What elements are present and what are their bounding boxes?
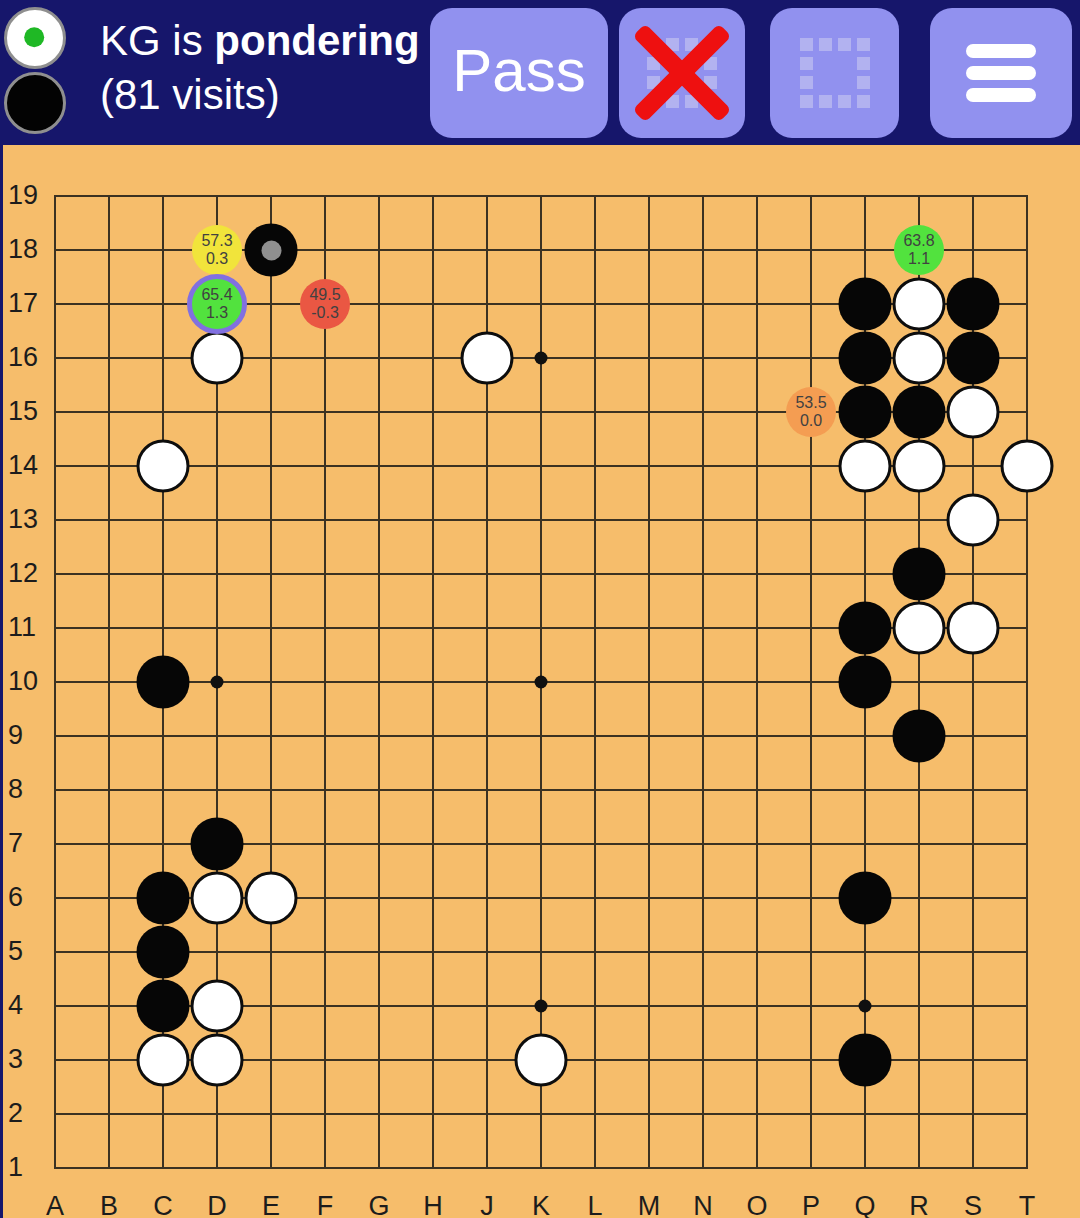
intersection-N6[interactable] [676, 871, 730, 925]
intersection-L5[interactable] [568, 925, 622, 979]
intersection-S5[interactable] [946, 925, 1000, 979]
intersection-G19[interactable] [352, 169, 406, 223]
intersection-K7[interactable] [514, 817, 568, 871]
intersection-E16[interactable] [244, 331, 298, 385]
intersection-C18[interactable] [136, 223, 190, 277]
intersection-P15[interactable]: 53.50.0 [784, 385, 838, 439]
intersection-E6[interactable] [244, 871, 298, 925]
intersection-J3[interactable] [460, 1033, 514, 1087]
intersection-J10[interactable] [460, 655, 514, 709]
intersection-Q10[interactable] [838, 655, 892, 709]
intersection-T2[interactable] [1000, 1087, 1054, 1141]
intersection-K12[interactable] [514, 547, 568, 601]
intersection-S17[interactable] [946, 277, 1000, 331]
intersection-F19[interactable] [298, 169, 352, 223]
intersection-G5[interactable] [352, 925, 406, 979]
intersection-B5[interactable] [82, 925, 136, 979]
intersection-L14[interactable] [568, 439, 622, 493]
intersection-C13[interactable] [136, 493, 190, 547]
intersection-Q9[interactable] [838, 709, 892, 763]
intersection-K13[interactable] [514, 493, 568, 547]
black-player-indicator[interactable] [4, 72, 66, 134]
intersection-C12[interactable] [136, 547, 190, 601]
intersection-P13[interactable] [784, 493, 838, 547]
intersection-O7[interactable] [730, 817, 784, 871]
intersection-C14[interactable] [136, 439, 190, 493]
intersection-B2[interactable] [82, 1087, 136, 1141]
intersection-F10[interactable] [298, 655, 352, 709]
intersection-P9[interactable] [784, 709, 838, 763]
intersection-J13[interactable] [460, 493, 514, 547]
intersection-D4[interactable] [190, 979, 244, 1033]
intersection-K2[interactable] [514, 1087, 568, 1141]
intersection-C7[interactable] [136, 817, 190, 871]
intersection-P8[interactable] [784, 763, 838, 817]
intersection-E8[interactable] [244, 763, 298, 817]
intersection-D17[interactable]: 65.41.3 [190, 277, 244, 331]
intersection-S18[interactable] [946, 223, 1000, 277]
intersection-G16[interactable] [352, 331, 406, 385]
intersection-N19[interactable] [676, 169, 730, 223]
intersection-N17[interactable] [676, 277, 730, 331]
intersection-H14[interactable] [406, 439, 460, 493]
intersection-T11[interactable] [1000, 601, 1054, 655]
intersection-D2[interactable] [190, 1087, 244, 1141]
intersection-K9[interactable] [514, 709, 568, 763]
intersection-J7[interactable] [460, 817, 514, 871]
intersection-R16[interactable] [892, 331, 946, 385]
intersection-S1[interactable] [946, 1141, 1000, 1195]
clear-analysis-button[interactable] [619, 8, 745, 138]
intersection-O17[interactable] [730, 277, 784, 331]
intersection-L2[interactable] [568, 1087, 622, 1141]
intersection-M3[interactable] [622, 1033, 676, 1087]
intersection-G8[interactable] [352, 763, 406, 817]
intersection-D3[interactable] [190, 1033, 244, 1087]
intersection-L6[interactable] [568, 871, 622, 925]
intersection-L7[interactable] [568, 817, 622, 871]
intersection-O11[interactable] [730, 601, 784, 655]
intersection-B3[interactable] [82, 1033, 136, 1087]
intersection-G9[interactable] [352, 709, 406, 763]
intersection-T13[interactable] [1000, 493, 1054, 547]
intersection-B12[interactable] [82, 547, 136, 601]
intersection-R12[interactable] [892, 547, 946, 601]
intersection-O18[interactable] [730, 223, 784, 277]
intersection-B1[interactable] [82, 1141, 136, 1195]
intersection-T8[interactable] [1000, 763, 1054, 817]
intersection-H16[interactable] [406, 331, 460, 385]
intersection-C4[interactable] [136, 979, 190, 1033]
intersection-R18[interactable]: 63.81.1 [892, 223, 946, 277]
intersection-G17[interactable] [352, 277, 406, 331]
intersection-D9[interactable] [190, 709, 244, 763]
intersection-M7[interactable] [622, 817, 676, 871]
intersection-N7[interactable] [676, 817, 730, 871]
intersection-B17[interactable] [82, 277, 136, 331]
intersection-F12[interactable] [298, 547, 352, 601]
intersection-J14[interactable] [460, 439, 514, 493]
intersection-Q1[interactable] [838, 1141, 892, 1195]
intersection-P12[interactable] [784, 547, 838, 601]
intersection-Q4[interactable] [838, 979, 892, 1033]
intersection-S14[interactable] [946, 439, 1000, 493]
intersection-C11[interactable] [136, 601, 190, 655]
intersection-M19[interactable] [622, 169, 676, 223]
intersection-R8[interactable] [892, 763, 946, 817]
intersection-H1[interactable] [406, 1141, 460, 1195]
intersection-J5[interactable] [460, 925, 514, 979]
intersection-N4[interactable] [676, 979, 730, 1033]
intersection-T4[interactable] [1000, 979, 1054, 1033]
intersection-R1[interactable] [892, 1141, 946, 1195]
intersection-F11[interactable] [298, 601, 352, 655]
intersection-N9[interactable] [676, 709, 730, 763]
intersection-G11[interactable] [352, 601, 406, 655]
intersection-P3[interactable] [784, 1033, 838, 1087]
intersection-H18[interactable] [406, 223, 460, 277]
intersection-D13[interactable] [190, 493, 244, 547]
intersection-T10[interactable] [1000, 655, 1054, 709]
intersection-K6[interactable] [514, 871, 568, 925]
intersection-E15[interactable] [244, 385, 298, 439]
intersection-O10[interactable] [730, 655, 784, 709]
intersection-D10[interactable] [190, 655, 244, 709]
intersection-R15[interactable] [892, 385, 946, 439]
intersection-O16[interactable] [730, 331, 784, 385]
intersection-Q18[interactable] [838, 223, 892, 277]
intersection-T16[interactable] [1000, 331, 1054, 385]
intersection-H10[interactable] [406, 655, 460, 709]
intersection-N3[interactable] [676, 1033, 730, 1087]
intersection-H6[interactable] [406, 871, 460, 925]
intersection-D14[interactable] [190, 439, 244, 493]
intersection-G6[interactable] [352, 871, 406, 925]
intersection-N16[interactable] [676, 331, 730, 385]
intersection-R5[interactable] [892, 925, 946, 979]
intersection-F15[interactable] [298, 385, 352, 439]
intersection-F3[interactable] [298, 1033, 352, 1087]
intersection-J17[interactable] [460, 277, 514, 331]
intersection-E11[interactable] [244, 601, 298, 655]
intersection-J16[interactable] [460, 331, 514, 385]
intersection-P17[interactable] [784, 277, 838, 331]
intersection-Q19[interactable] [838, 169, 892, 223]
intersection-R11[interactable] [892, 601, 946, 655]
intersection-R3[interactable] [892, 1033, 946, 1087]
intersection-N1[interactable] [676, 1141, 730, 1195]
intersection-J11[interactable] [460, 601, 514, 655]
intersection-G4[interactable] [352, 979, 406, 1033]
intersection-S7[interactable] [946, 817, 1000, 871]
intersection-O6[interactable] [730, 871, 784, 925]
intersection-F13[interactable] [298, 493, 352, 547]
intersection-D5[interactable] [190, 925, 244, 979]
intersection-T19[interactable] [1000, 169, 1054, 223]
intersection-J8[interactable] [460, 763, 514, 817]
intersection-O1[interactable] [730, 1141, 784, 1195]
intersection-E3[interactable] [244, 1033, 298, 1087]
intersection-F8[interactable] [298, 763, 352, 817]
intersection-P18[interactable] [784, 223, 838, 277]
intersection-B19[interactable] [82, 169, 136, 223]
intersection-Q15[interactable] [838, 385, 892, 439]
intersection-K5[interactable] [514, 925, 568, 979]
intersection-T5[interactable] [1000, 925, 1054, 979]
intersection-S8[interactable] [946, 763, 1000, 817]
intersection-P5[interactable] [784, 925, 838, 979]
intersection-D11[interactable] [190, 601, 244, 655]
intersection-R10[interactable] [892, 655, 946, 709]
intersection-L18[interactable] [568, 223, 622, 277]
intersection-H11[interactable] [406, 601, 460, 655]
intersection-N15[interactable] [676, 385, 730, 439]
intersection-S13[interactable] [946, 493, 1000, 547]
intersection-Q3[interactable] [838, 1033, 892, 1087]
intersection-G2[interactable] [352, 1087, 406, 1141]
intersection-S16[interactable] [946, 331, 1000, 385]
intersection-C9[interactable] [136, 709, 190, 763]
intersection-J12[interactable] [460, 547, 514, 601]
intersection-P4[interactable] [784, 979, 838, 1033]
intersection-C10[interactable] [136, 655, 190, 709]
intersection-M1[interactable] [622, 1141, 676, 1195]
intersection-Q7[interactable] [838, 817, 892, 871]
intersection-K14[interactable] [514, 439, 568, 493]
intersection-M8[interactable] [622, 763, 676, 817]
intersection-E13[interactable] [244, 493, 298, 547]
intersection-C19[interactable] [136, 169, 190, 223]
intersection-K17[interactable] [514, 277, 568, 331]
intersection-D19[interactable] [190, 169, 244, 223]
intersection-Q8[interactable] [838, 763, 892, 817]
intersection-B14[interactable] [82, 439, 136, 493]
intersection-F1[interactable] [298, 1141, 352, 1195]
intersection-B15[interactable] [82, 385, 136, 439]
intersection-Q13[interactable] [838, 493, 892, 547]
intersection-Q14[interactable] [838, 439, 892, 493]
intersection-H15[interactable] [406, 385, 460, 439]
intersection-F14[interactable] [298, 439, 352, 493]
intersection-D1[interactable] [190, 1141, 244, 1195]
intersection-O15[interactable] [730, 385, 784, 439]
intersection-R4[interactable] [892, 979, 946, 1033]
intersection-H7[interactable] [406, 817, 460, 871]
intersection-E17[interactable] [244, 277, 298, 331]
intersection-Q6[interactable] [838, 871, 892, 925]
intersection-E1[interactable] [244, 1141, 298, 1195]
intersection-D7[interactable] [190, 817, 244, 871]
intersection-Q12[interactable] [838, 547, 892, 601]
intersection-B8[interactable] [82, 763, 136, 817]
intersection-B10[interactable] [82, 655, 136, 709]
intersection-T14[interactable] [1000, 439, 1054, 493]
intersection-T18[interactable] [1000, 223, 1054, 277]
intersection-G10[interactable] [352, 655, 406, 709]
intersection-S10[interactable] [946, 655, 1000, 709]
intersection-C15[interactable] [136, 385, 190, 439]
intersection-L12[interactable] [568, 547, 622, 601]
intersection-N12[interactable] [676, 547, 730, 601]
intersection-B4[interactable] [82, 979, 136, 1033]
intersection-L3[interactable] [568, 1033, 622, 1087]
intersection-M14[interactable] [622, 439, 676, 493]
intersection-P19[interactable] [784, 169, 838, 223]
intersection-J6[interactable] [460, 871, 514, 925]
intersection-F18[interactable] [298, 223, 352, 277]
intersection-R14[interactable] [892, 439, 946, 493]
intersection-F6[interactable] [298, 871, 352, 925]
intersection-M4[interactable] [622, 979, 676, 1033]
intersection-T7[interactable] [1000, 817, 1054, 871]
intersection-P6[interactable] [784, 871, 838, 925]
intersection-M6[interactable] [622, 871, 676, 925]
intersection-G13[interactable] [352, 493, 406, 547]
intersection-L17[interactable] [568, 277, 622, 331]
intersection-O13[interactable] [730, 493, 784, 547]
intersection-L8[interactable] [568, 763, 622, 817]
intersection-G14[interactable] [352, 439, 406, 493]
intersection-B16[interactable] [82, 331, 136, 385]
intersection-E4[interactable] [244, 979, 298, 1033]
intersection-N11[interactable] [676, 601, 730, 655]
intersection-O14[interactable] [730, 439, 784, 493]
intersection-T15[interactable] [1000, 385, 1054, 439]
intersection-J19[interactable] [460, 169, 514, 223]
intersection-M17[interactable] [622, 277, 676, 331]
intersection-C3[interactable] [136, 1033, 190, 1087]
intersection-K15[interactable] [514, 385, 568, 439]
intersection-L10[interactable] [568, 655, 622, 709]
intersection-F2[interactable] [298, 1087, 352, 1141]
intersection-E2[interactable] [244, 1087, 298, 1141]
menu-button[interactable] [930, 8, 1072, 138]
intersection-S9[interactable] [946, 709, 1000, 763]
intersection-O9[interactable] [730, 709, 784, 763]
intersection-C1[interactable] [136, 1141, 190, 1195]
intersection-F17[interactable]: 49.5-0.3 [298, 277, 352, 331]
intersection-S6[interactable] [946, 871, 1000, 925]
intersection-M11[interactable] [622, 601, 676, 655]
intersection-K4[interactable] [514, 979, 568, 1033]
intersection-P1[interactable] [784, 1141, 838, 1195]
intersection-P7[interactable] [784, 817, 838, 871]
intersection-J2[interactable] [460, 1087, 514, 1141]
intersection-K19[interactable] [514, 169, 568, 223]
intersection-L1[interactable] [568, 1141, 622, 1195]
intersection-F7[interactable] [298, 817, 352, 871]
intersection-F16[interactable] [298, 331, 352, 385]
intersection-K10[interactable] [514, 655, 568, 709]
intersection-B6[interactable] [82, 871, 136, 925]
intersection-J1[interactable] [460, 1141, 514, 1195]
intersection-T3[interactable] [1000, 1033, 1054, 1087]
intersection-S3[interactable] [946, 1033, 1000, 1087]
intersection-H9[interactable] [406, 709, 460, 763]
select-region-button[interactable] [770, 8, 899, 138]
intersection-O3[interactable] [730, 1033, 784, 1087]
intersection-M15[interactable] [622, 385, 676, 439]
intersection-K3[interactable] [514, 1033, 568, 1087]
intersection-M18[interactable] [622, 223, 676, 277]
intersection-D18[interactable]: 57.30.3 [190, 223, 244, 277]
intersection-N8[interactable] [676, 763, 730, 817]
intersection-H13[interactable] [406, 493, 460, 547]
intersection-O8[interactable] [730, 763, 784, 817]
intersection-E12[interactable] [244, 547, 298, 601]
intersection-R17[interactable] [892, 277, 946, 331]
intersection-H5[interactable] [406, 925, 460, 979]
intersection-L9[interactable] [568, 709, 622, 763]
intersection-H12[interactable] [406, 547, 460, 601]
intersection-E9[interactable] [244, 709, 298, 763]
intersection-T12[interactable] [1000, 547, 1054, 601]
intersection-G3[interactable] [352, 1033, 406, 1087]
intersection-G12[interactable] [352, 547, 406, 601]
intersection-M9[interactable] [622, 709, 676, 763]
intersection-R9[interactable] [892, 709, 946, 763]
intersection-B9[interactable] [82, 709, 136, 763]
intersection-T9[interactable] [1000, 709, 1054, 763]
intersection-F9[interactable] [298, 709, 352, 763]
intersection-E10[interactable] [244, 655, 298, 709]
intersection-D16[interactable] [190, 331, 244, 385]
intersection-M16[interactable] [622, 331, 676, 385]
intersection-N14[interactable] [676, 439, 730, 493]
intersection-P11[interactable] [784, 601, 838, 655]
pass-button[interactable]: Pass [430, 8, 608, 138]
intersection-E7[interactable] [244, 817, 298, 871]
intersection-C17[interactable] [136, 277, 190, 331]
intersection-K11[interactable] [514, 601, 568, 655]
intersection-O2[interactable] [730, 1087, 784, 1141]
intersection-Q17[interactable] [838, 277, 892, 331]
intersection-P16[interactable] [784, 331, 838, 385]
intersection-D6[interactable] [190, 871, 244, 925]
intersection-E5[interactable] [244, 925, 298, 979]
intersection-K18[interactable] [514, 223, 568, 277]
intersection-K1[interactable] [514, 1141, 568, 1195]
intersection-H3[interactable] [406, 1033, 460, 1087]
intersection-K16[interactable] [514, 331, 568, 385]
intersection-G15[interactable] [352, 385, 406, 439]
intersection-D8[interactable] [190, 763, 244, 817]
intersection-J4[interactable] [460, 979, 514, 1033]
intersection-T6[interactable] [1000, 871, 1054, 925]
intersection-E19[interactable] [244, 169, 298, 223]
intersection-L4[interactable] [568, 979, 622, 1033]
intersection-H8[interactable] [406, 763, 460, 817]
intersection-S12[interactable] [946, 547, 1000, 601]
intersection-S4[interactable] [946, 979, 1000, 1033]
intersection-R13[interactable] [892, 493, 946, 547]
white-player-indicator[interactable] [4, 7, 66, 69]
intersection-H4[interactable] [406, 979, 460, 1033]
intersection-L11[interactable] [568, 601, 622, 655]
intersection-G18[interactable] [352, 223, 406, 277]
intersection-Q11[interactable] [838, 601, 892, 655]
intersection-F5[interactable] [298, 925, 352, 979]
intersection-J9[interactable] [460, 709, 514, 763]
intersection-B13[interactable] [82, 493, 136, 547]
intersection-C2[interactable] [136, 1087, 190, 1141]
intersection-P2[interactable] [784, 1087, 838, 1141]
intersection-H19[interactable] [406, 169, 460, 223]
intersection-T17[interactable] [1000, 277, 1054, 331]
intersection-E14[interactable] [244, 439, 298, 493]
intersection-H17[interactable] [406, 277, 460, 331]
intersection-N13[interactable] [676, 493, 730, 547]
